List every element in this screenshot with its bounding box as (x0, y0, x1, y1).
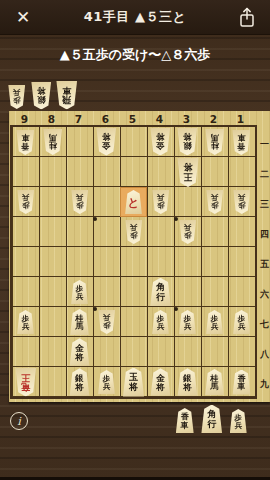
board-cell[interactable]: 桂馬 (201, 127, 228, 157)
star-point (174, 217, 178, 221)
board-cell[interactable]: 歩兵 (174, 217, 201, 247)
board-cell[interactable]: 香車 (228, 367, 255, 397)
board-cell[interactable] (174, 277, 201, 307)
board-cell[interactable]: 歩兵 (147, 187, 174, 217)
board-cell[interactable] (120, 307, 147, 337)
board-cell[interactable] (201, 337, 228, 367)
board-cell[interactable] (12, 277, 39, 307)
gote-pawn-piece: 歩兵 (8, 85, 26, 109)
board-cell[interactable] (93, 157, 120, 187)
board-cell[interactable]: 歩兵 (93, 307, 120, 337)
sente-gold-piece: 金将 (69, 338, 90, 366)
board-cell[interactable] (12, 217, 39, 247)
gote-pawn-piece: 歩兵 (98, 310, 116, 334)
board-cell[interactable] (39, 217, 66, 247)
gote-pawn-piece: 歩兵 (17, 190, 35, 214)
share-icon (238, 7, 256, 28)
sente-lance-piece: 香車 (176, 408, 195, 433)
board-cell[interactable] (147, 217, 174, 247)
gote-pawn-piece: 歩兵 (179, 220, 197, 244)
sente-pawn-piece: 歩兵 (233, 310, 251, 334)
board-cell[interactable]: 竜王 (12, 367, 39, 397)
gote-dragon-piece: 竜王 (15, 368, 37, 397)
board-cell[interactable]: 銀将 (174, 127, 201, 157)
board-cell[interactable] (93, 247, 120, 277)
board-cell[interactable] (147, 157, 174, 187)
sente-captured-tray: 香車角行歩兵 (176, 403, 248, 433)
sente-pawn-piece: 歩兵 (230, 409, 248, 433)
gote-knight-piece: 桂馬 (205, 129, 225, 155)
board-cell[interactable]: 金将 (147, 127, 174, 157)
board-cell[interactable]: 歩兵 (66, 187, 93, 217)
sente-gold-piece: 金将 (150, 368, 171, 396)
board-cell[interactable] (66, 127, 93, 157)
board-cell[interactable]: 歩兵 (147, 307, 174, 337)
board-cell[interactable]: 玉将 (120, 367, 147, 397)
board-cell[interactable]: 歩兵 (12, 187, 39, 217)
rank-label: 三 (259, 189, 270, 219)
board-cell[interactable] (228, 337, 255, 367)
move-comment: ▲５五歩の受け〜△８六歩 (0, 46, 270, 64)
board-cell[interactable] (39, 367, 66, 397)
board-cell[interactable] (12, 247, 39, 277)
board-cell[interactable]: 歩兵 (93, 367, 120, 397)
board-cell[interactable] (174, 247, 201, 277)
gote-pawn-piece: 歩兵 (71, 190, 89, 214)
gote-pawn-piece: 歩兵 (125, 220, 143, 244)
sente-pawn-piece: 歩兵 (71, 280, 89, 304)
board-cell[interactable]: 香車 (228, 127, 255, 157)
nav-bar: ✕ 41手目 ▲５三と (0, 0, 270, 35)
rank-label: 九 (259, 369, 270, 399)
info-button[interactable]: i (10, 412, 28, 430)
board-cell[interactable] (93, 277, 120, 307)
board-cell[interactable] (120, 157, 147, 187)
rank-label: 四 (259, 219, 270, 249)
board-cell[interactable] (201, 247, 228, 277)
board-cell[interactable]: 香車 (12, 127, 39, 157)
gote-king-piece: 王将 (177, 158, 199, 187)
board-cell[interactable] (39, 247, 66, 277)
page-title: 41手目 ▲５三と (84, 8, 186, 26)
board-cell[interactable] (93, 187, 120, 217)
board-cell[interactable]: 歩兵 (120, 217, 147, 247)
board-cell[interactable]: 歩兵 (201, 307, 228, 337)
board-cell[interactable]: 角行 (147, 277, 174, 307)
board-cell[interactable]: 桂馬 (66, 307, 93, 337)
board-cell[interactable] (93, 337, 120, 367)
board-cell[interactable] (66, 247, 93, 277)
sente-bishop-piece: 角行 (201, 405, 223, 434)
board-cell[interactable] (228, 277, 255, 307)
info-icon: i (17, 415, 21, 428)
gote-lance-piece: 香車 (16, 130, 35, 155)
board-cell[interactable] (147, 337, 174, 367)
board-cell[interactable] (120, 337, 147, 367)
board-cell[interactable] (228, 157, 255, 187)
close-icon: ✕ (16, 7, 30, 27)
board-cell[interactable]: 銀将 (174, 367, 201, 397)
gote-silver-piece: 銀将 (31, 82, 52, 110)
board-cell[interactable]: 金将 (147, 367, 174, 397)
gote-knight-piece: 桂馬 (43, 129, 63, 155)
board-cell[interactable] (39, 337, 66, 367)
sente-silver-piece: 銀将 (69, 368, 90, 396)
gote-pawn-piece: 歩兵 (206, 190, 224, 214)
sente-pawn-piece: 歩兵 (98, 370, 116, 394)
board-cell[interactable] (39, 157, 66, 187)
app-screen: ✕ 41手目 ▲５三と ▲５五歩の受け〜△８六歩 歩兵銀将飛車 98765432… (0, 0, 270, 480)
board-cell[interactable] (66, 157, 93, 187)
gote-captured-tray: 歩兵銀将飛車 (8, 79, 78, 109)
gote-silver-piece: 銀将 (177, 128, 198, 156)
board-cell[interactable]: 歩兵 (12, 307, 39, 337)
board-cell[interactable] (228, 247, 255, 277)
board-cell[interactable] (66, 217, 93, 247)
board-cell[interactable]: 歩兵 (228, 187, 255, 217)
gote-pawn-piece: 歩兵 (233, 190, 251, 214)
gote-gold-piece: 金将 (96, 128, 117, 156)
sente-king-piece: 玉将 (123, 368, 145, 397)
board-cell[interactable] (147, 247, 174, 277)
board-cell[interactable]: 歩兵 (66, 277, 93, 307)
sente-lance-piece: 香車 (232, 370, 251, 395)
sente-pawn-piece: 歩兵 (17, 310, 35, 334)
sente-silver-piece: 銀将 (177, 368, 198, 396)
board-cell[interactable]: 金将 (66, 337, 93, 367)
rank-labels: 一二三四五六七八九 (259, 127, 270, 401)
board-cell[interactable] (39, 187, 66, 217)
board-cell[interactable] (12, 157, 39, 187)
gote-lance-piece: 香車 (232, 130, 251, 155)
sente-bishop-piece: 角行 (150, 278, 172, 307)
board-cell[interactable] (39, 307, 66, 337)
shogi-board[interactable]: 987654321 一二三四五六七八九 香車桂馬金将金将銀将桂馬香車王将歩兵歩兵… (9, 111, 270, 402)
star-point (93, 217, 97, 221)
board-cell[interactable] (120, 277, 147, 307)
board-cell[interactable] (39, 277, 66, 307)
sente-pawn-piece: 歩兵 (206, 310, 224, 334)
sente-promoted-pawn-piece: と (125, 190, 143, 214)
sente-knight-piece: 桂馬 (205, 369, 225, 395)
gote-gold-piece: 金将 (150, 128, 171, 156)
board-cell[interactable]: と (120, 187, 147, 217)
rank-label: 六 (259, 279, 270, 309)
board-cell[interactable]: 歩兵 (174, 307, 201, 337)
board-cell[interactable]: 王将 (174, 157, 201, 187)
board-cell[interactable] (201, 157, 228, 187)
star-point (93, 307, 97, 311)
sente-pawn-piece: 歩兵 (179, 310, 197, 334)
gote-pawn-piece: 歩兵 (152, 190, 170, 214)
rank-label: 二 (259, 159, 270, 189)
board-cell[interactable]: 歩兵 (228, 307, 255, 337)
rank-label: 五 (259, 249, 270, 279)
board-cell[interactable] (201, 277, 228, 307)
board-cell[interactable] (201, 217, 228, 247)
board-cell[interactable] (120, 247, 147, 277)
board-cell[interactable] (120, 127, 147, 157)
board-cell[interactable] (93, 217, 120, 247)
sente-knight-piece: 桂馬 (70, 309, 90, 335)
board-cell[interactable] (12, 337, 39, 367)
board-cell[interactable] (228, 217, 255, 247)
rank-label: 一 (259, 129, 270, 159)
rank-label: 八 (259, 339, 270, 369)
board-cell[interactable] (174, 337, 201, 367)
board-cell[interactable]: 桂馬 (201, 367, 228, 397)
board-cell[interactable]: 金将 (93, 127, 120, 157)
sente-pawn-piece: 歩兵 (152, 310, 170, 334)
board-grid: 香車桂馬金将金将銀将桂馬香車王将歩兵歩兵と歩兵歩兵歩兵歩兵歩兵歩兵角行歩兵桂馬歩… (10, 125, 257, 399)
board-cell[interactable]: 銀将 (66, 367, 93, 397)
rank-label: 七 (259, 309, 270, 339)
board-cell[interactable]: 桂馬 (39, 127, 66, 157)
board-cell[interactable] (174, 187, 201, 217)
board-cell[interactable]: 歩兵 (201, 187, 228, 217)
gote-rook-piece: 飛車 (56, 81, 78, 110)
close-button[interactable]: ✕ (6, 0, 40, 34)
star-point (174, 307, 178, 311)
share-button[interactable] (230, 0, 264, 34)
